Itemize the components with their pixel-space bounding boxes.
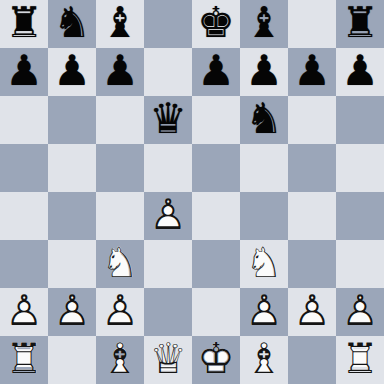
square-c2[interactable]: ♟♙ bbox=[96, 288, 144, 336]
piece-outline-glyph: ♖ bbox=[336, 336, 384, 384]
square-a4[interactable] bbox=[0, 192, 48, 240]
white-pawn-icon: ♟♙ bbox=[144, 192, 192, 240]
piece-outline-glyph: ♙ bbox=[240, 288, 288, 336]
white-bishop-icon: ♝♗ bbox=[96, 336, 144, 384]
white-knight-icon: ♞♘ bbox=[240, 240, 288, 288]
piece-glyph: ♜ bbox=[336, 0, 384, 48]
piece-glyph: ♟ bbox=[0, 48, 48, 96]
black-bishop-icon: ♝ bbox=[96, 0, 144, 48]
piece-glyph: ♟ bbox=[288, 48, 336, 96]
square-g8[interactable] bbox=[288, 0, 336, 48]
square-e6[interactable] bbox=[192, 96, 240, 144]
square-g2[interactable]: ♟♙ bbox=[288, 288, 336, 336]
piece-glyph: ♝ bbox=[96, 0, 144, 48]
square-b6[interactable] bbox=[48, 96, 96, 144]
white-pawn-icon: ♟♙ bbox=[336, 288, 384, 336]
square-f8[interactable]: ♝ bbox=[240, 0, 288, 48]
black-pawn-icon: ♟ bbox=[240, 48, 288, 96]
square-b1[interactable] bbox=[48, 336, 96, 384]
black-knight-icon: ♞ bbox=[240, 96, 288, 144]
piece-glyph: ♞ bbox=[48, 0, 96, 48]
square-a6[interactable] bbox=[0, 96, 48, 144]
square-e1[interactable]: ♚♔ bbox=[192, 336, 240, 384]
square-d4[interactable]: ♟♙ bbox=[144, 192, 192, 240]
white-knight-icon: ♞♘ bbox=[96, 240, 144, 288]
white-pawn-icon: ♟♙ bbox=[96, 288, 144, 336]
white-bishop-icon: ♝♗ bbox=[240, 336, 288, 384]
square-a8[interactable]: ♜ bbox=[0, 0, 48, 48]
square-a3[interactable] bbox=[0, 240, 48, 288]
square-a5[interactable] bbox=[0, 144, 48, 192]
white-queen-icon: ♛♕ bbox=[144, 336, 192, 384]
piece-glyph: ♝ bbox=[240, 0, 288, 48]
black-king-icon: ♚ bbox=[192, 0, 240, 48]
square-c8[interactable]: ♝ bbox=[96, 0, 144, 48]
square-h1[interactable]: ♜♖ bbox=[336, 336, 384, 384]
white-pawn-icon: ♟♙ bbox=[48, 288, 96, 336]
piece-glyph: ♚ bbox=[192, 0, 240, 48]
square-d8[interactable] bbox=[144, 0, 192, 48]
square-c1[interactable]: ♝♗ bbox=[96, 336, 144, 384]
black-pawn-icon: ♟ bbox=[0, 48, 48, 96]
square-b4[interactable] bbox=[48, 192, 96, 240]
square-f6[interactable]: ♞ bbox=[240, 96, 288, 144]
square-e2[interactable] bbox=[192, 288, 240, 336]
black-pawn-icon: ♟ bbox=[96, 48, 144, 96]
piece-glyph: ♟ bbox=[48, 48, 96, 96]
square-d1[interactable]: ♛♕ bbox=[144, 336, 192, 384]
square-h3[interactable] bbox=[336, 240, 384, 288]
square-e7[interactable]: ♟ bbox=[192, 48, 240, 96]
black-pawn-icon: ♟ bbox=[192, 48, 240, 96]
square-f3[interactable]: ♞♘ bbox=[240, 240, 288, 288]
piece-outline-glyph: ♔ bbox=[192, 336, 240, 384]
square-f1[interactable]: ♝♗ bbox=[240, 336, 288, 384]
black-knight-icon: ♞ bbox=[48, 0, 96, 48]
square-e4[interactable] bbox=[192, 192, 240, 240]
piece-outline-glyph: ♙ bbox=[0, 288, 48, 336]
piece-glyph: ♞ bbox=[240, 96, 288, 144]
square-d2[interactable] bbox=[144, 288, 192, 336]
square-g4[interactable] bbox=[288, 192, 336, 240]
piece-outline-glyph: ♙ bbox=[288, 288, 336, 336]
black-pawn-icon: ♟ bbox=[48, 48, 96, 96]
piece-glyph: ♟ bbox=[96, 48, 144, 96]
chess-board: ♜♞♝♚♝♜♟♟♟♟♟♟♟♛♞♟♙♞♘♞♘♟♙♟♙♟♙♟♙♟♙♟♙♜♖♝♗♛♕♚… bbox=[0, 0, 384, 384]
square-h6[interactable] bbox=[336, 96, 384, 144]
square-f2[interactable]: ♟♙ bbox=[240, 288, 288, 336]
piece-outline-glyph: ♘ bbox=[96, 240, 144, 288]
square-f4[interactable] bbox=[240, 192, 288, 240]
square-g1[interactable] bbox=[288, 336, 336, 384]
piece-glyph: ♟ bbox=[192, 48, 240, 96]
piece-outline-glyph: ♗ bbox=[240, 336, 288, 384]
piece-outline-glyph: ♙ bbox=[144, 192, 192, 240]
square-e3[interactable] bbox=[192, 240, 240, 288]
square-h8[interactable]: ♜ bbox=[336, 0, 384, 48]
square-c4[interactable] bbox=[96, 192, 144, 240]
piece-outline-glyph: ♖ bbox=[0, 336, 48, 384]
white-pawn-icon: ♟♙ bbox=[0, 288, 48, 336]
square-a1[interactable]: ♜♖ bbox=[0, 336, 48, 384]
white-rook-icon: ♜♖ bbox=[0, 336, 48, 384]
square-g7[interactable]: ♟ bbox=[288, 48, 336, 96]
square-b3[interactable] bbox=[48, 240, 96, 288]
square-e8[interactable]: ♚ bbox=[192, 0, 240, 48]
square-b5[interactable] bbox=[48, 144, 96, 192]
white-pawn-icon: ♟♙ bbox=[240, 288, 288, 336]
square-c6[interactable] bbox=[96, 96, 144, 144]
piece-glyph: ♛ bbox=[144, 96, 192, 144]
square-e5[interactable] bbox=[192, 144, 240, 192]
square-c3[interactable]: ♞♘ bbox=[96, 240, 144, 288]
piece-glyph: ♜ bbox=[0, 0, 48, 48]
square-g3[interactable] bbox=[288, 240, 336, 288]
white-pawn-icon: ♟♙ bbox=[288, 288, 336, 336]
square-f5[interactable] bbox=[240, 144, 288, 192]
square-f7[interactable]: ♟ bbox=[240, 48, 288, 96]
square-c7[interactable]: ♟ bbox=[96, 48, 144, 96]
square-a2[interactable]: ♟♙ bbox=[0, 288, 48, 336]
square-b8[interactable]: ♞ bbox=[48, 0, 96, 48]
piece-outline-glyph: ♗ bbox=[96, 336, 144, 384]
square-d7[interactable] bbox=[144, 48, 192, 96]
piece-outline-glyph: ♙ bbox=[336, 288, 384, 336]
piece-outline-glyph: ♘ bbox=[240, 240, 288, 288]
black-bishop-icon: ♝ bbox=[240, 0, 288, 48]
piece-glyph: ♟ bbox=[240, 48, 288, 96]
square-a7[interactable]: ♟ bbox=[0, 48, 48, 96]
square-g6[interactable] bbox=[288, 96, 336, 144]
square-d5[interactable] bbox=[144, 144, 192, 192]
square-h5[interactable] bbox=[336, 144, 384, 192]
square-c5[interactable] bbox=[96, 144, 144, 192]
piece-outline-glyph: ♙ bbox=[48, 288, 96, 336]
black-queen-icon: ♛ bbox=[144, 96, 192, 144]
black-rook-icon: ♜ bbox=[336, 0, 384, 48]
square-h4[interactable] bbox=[336, 192, 384, 240]
piece-glyph: ♟ bbox=[336, 48, 384, 96]
white-rook-icon: ♜♖ bbox=[336, 336, 384, 384]
piece-outline-glyph: ♙ bbox=[96, 288, 144, 336]
square-b2[interactable]: ♟♙ bbox=[48, 288, 96, 336]
square-h2[interactable]: ♟♙ bbox=[336, 288, 384, 336]
square-d3[interactable] bbox=[144, 240, 192, 288]
square-b7[interactable]: ♟ bbox=[48, 48, 96, 96]
black-rook-icon: ♜ bbox=[0, 0, 48, 48]
piece-outline-glyph: ♕ bbox=[144, 336, 192, 384]
white-king-icon: ♚♔ bbox=[192, 336, 240, 384]
square-d6[interactable]: ♛ bbox=[144, 96, 192, 144]
square-g5[interactable] bbox=[288, 144, 336, 192]
square-h7[interactable]: ♟ bbox=[336, 48, 384, 96]
black-pawn-icon: ♟ bbox=[336, 48, 384, 96]
black-pawn-icon: ♟ bbox=[288, 48, 336, 96]
